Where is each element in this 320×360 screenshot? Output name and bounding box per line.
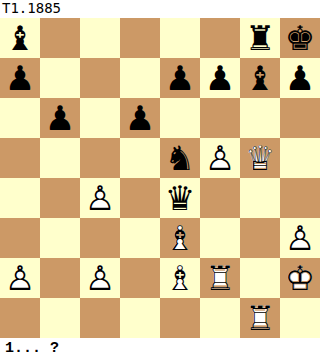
black-king-glyph: ♚ — [280, 18, 320, 58]
square-d1[interactable] — [120, 298, 160, 338]
black-king[interactable]: ♚ — [280, 18, 320, 58]
square-e5[interactable]: ♞ — [160, 138, 200, 178]
square-b8[interactable] — [40, 18, 80, 58]
white-pawn-outline: ♙ — [80, 258, 120, 298]
square-g6[interactable] — [240, 98, 280, 138]
white-pawn-outline: ♙ — [200, 138, 240, 178]
square-d5[interactable] — [120, 138, 160, 178]
square-g1[interactable]: ♜♖ — [240, 298, 280, 338]
square-d3[interactable] — [120, 218, 160, 258]
square-c2[interactable]: ♟♙ — [80, 258, 120, 298]
black-queen-glyph: ♛ — [160, 178, 200, 218]
square-g4[interactable] — [240, 178, 280, 218]
square-c6[interactable] — [80, 98, 120, 138]
square-f8[interactable] — [200, 18, 240, 58]
white-bishop[interactable]: ♝♗ — [160, 218, 200, 258]
square-e4[interactable]: ♛ — [160, 178, 200, 218]
square-c3[interactable] — [80, 218, 120, 258]
square-a3[interactable] — [0, 218, 40, 258]
square-c7[interactable] — [80, 58, 120, 98]
white-rook-outline: ♖ — [200, 258, 240, 298]
square-a2[interactable]: ♟♙ — [0, 258, 40, 298]
square-b4[interactable] — [40, 178, 80, 218]
square-h6[interactable] — [280, 98, 320, 138]
square-a5[interactable] — [0, 138, 40, 178]
square-c4[interactable]: ♟♙ — [80, 178, 120, 218]
white-pawn[interactable]: ♟♙ — [80, 258, 120, 298]
square-c5[interactable] — [80, 138, 120, 178]
square-c1[interactable] — [80, 298, 120, 338]
black-queen[interactable]: ♛ — [160, 178, 200, 218]
black-pawn-glyph: ♟ — [200, 58, 240, 98]
square-c8[interactable] — [80, 18, 120, 58]
square-a1[interactable] — [0, 298, 40, 338]
black-pawn-glyph: ♟ — [280, 58, 320, 98]
square-h3[interactable]: ♟♙ — [280, 218, 320, 258]
square-a7[interactable]: ♟ — [0, 58, 40, 98]
white-pawn-outline: ♙ — [0, 258, 40, 298]
square-d4[interactable] — [120, 178, 160, 218]
square-d8[interactable] — [120, 18, 160, 58]
chess-board: ♝♜♚♟♟♟♝♟♟♟♞♟♙♛♕♟♙♛♝♗♟♙♟♙♟♙♝♗♜♖♚♔♜♖ — [0, 18, 320, 338]
black-bishop-glyph: ♝ — [240, 58, 280, 98]
square-h2[interactable]: ♚♔ — [280, 258, 320, 298]
black-bishop[interactable]: ♝ — [240, 58, 280, 98]
black-rook-glyph: ♜ — [240, 18, 280, 58]
white-rook[interactable]: ♜♖ — [200, 258, 240, 298]
square-h1[interactable] — [280, 298, 320, 338]
black-pawn[interactable]: ♟ — [280, 58, 320, 98]
square-b5[interactable] — [40, 138, 80, 178]
square-f6[interactable] — [200, 98, 240, 138]
square-a4[interactable] — [0, 178, 40, 218]
white-pawn-outline: ♙ — [280, 218, 320, 258]
square-e3[interactable]: ♝♗ — [160, 218, 200, 258]
square-a6[interactable] — [0, 98, 40, 138]
square-d6[interactable]: ♟ — [120, 98, 160, 138]
square-a8[interactable]: ♝ — [0, 18, 40, 58]
square-h7[interactable]: ♟ — [280, 58, 320, 98]
white-pawn-outline: ♙ — [80, 178, 120, 218]
white-bishop[interactable]: ♝♗ — [160, 258, 200, 298]
black-pawn[interactable]: ♟ — [160, 58, 200, 98]
square-b3[interactable] — [40, 218, 80, 258]
square-b1[interactable] — [40, 298, 80, 338]
square-h4[interactable] — [280, 178, 320, 218]
black-pawn-glyph: ♟ — [40, 98, 80, 138]
square-f2[interactable]: ♜♖ — [200, 258, 240, 298]
black-pawn[interactable]: ♟ — [40, 98, 80, 138]
square-d7[interactable] — [120, 58, 160, 98]
white-pawn[interactable]: ♟♙ — [0, 258, 40, 298]
square-b7[interactable] — [40, 58, 80, 98]
white-rook[interactable]: ♜♖ — [240, 298, 280, 338]
white-bishop-outline: ♗ — [160, 258, 200, 298]
square-g2[interactable] — [240, 258, 280, 298]
black-bishop-glyph: ♝ — [0, 18, 40, 58]
square-e1[interactable] — [160, 298, 200, 338]
white-bishop-outline: ♗ — [160, 218, 200, 258]
square-f7[interactable]: ♟ — [200, 58, 240, 98]
white-rook-outline: ♖ — [240, 298, 280, 338]
white-pawn[interactable]: ♟♙ — [200, 138, 240, 178]
square-g7[interactable]: ♝ — [240, 58, 280, 98]
white-king-outline: ♔ — [280, 258, 320, 298]
square-g5[interactable]: ♛♕ — [240, 138, 280, 178]
square-f3[interactable] — [200, 218, 240, 258]
black-bishop[interactable]: ♝ — [0, 18, 40, 58]
black-pawn[interactable]: ♟ — [200, 58, 240, 98]
black-pawn-glyph: ♟ — [0, 58, 40, 98]
white-pawn[interactable]: ♟♙ — [280, 218, 320, 258]
square-f1[interactable] — [200, 298, 240, 338]
square-g3[interactable] — [240, 218, 280, 258]
black-pawn-glyph: ♟ — [120, 98, 160, 138]
white-queen[interactable]: ♛♕ — [240, 138, 280, 178]
black-knight[interactable]: ♞ — [160, 138, 200, 178]
black-rook[interactable]: ♜ — [240, 18, 280, 58]
white-pawn[interactable]: ♟♙ — [80, 178, 120, 218]
square-f5[interactable]: ♟♙ — [200, 138, 240, 178]
move-prompt: 1... ? — [0, 338, 320, 360]
square-h5[interactable] — [280, 138, 320, 178]
white-queen-outline: ♕ — [240, 138, 280, 178]
black-knight-glyph: ♞ — [160, 138, 200, 178]
square-e8[interactable] — [160, 18, 200, 58]
square-b6[interactable]: ♟ — [40, 98, 80, 138]
square-g8[interactable]: ♜ — [240, 18, 280, 58]
puzzle-title: T1.1885 — [0, 0, 320, 18]
black-pawn[interactable]: ♟ — [0, 58, 40, 98]
square-d2[interactable] — [120, 258, 160, 298]
square-b2[interactable] — [40, 258, 80, 298]
square-e2[interactable]: ♝♗ — [160, 258, 200, 298]
square-e7[interactable]: ♟ — [160, 58, 200, 98]
black-pawn-glyph: ♟ — [160, 58, 200, 98]
puzzle-page: T1.1885 ♝♜♚♟♟♟♝♟♟♟♞♟♙♛♕♟♙♛♝♗♟♙♟♙♟♙♝♗♜♖♚♔… — [0, 0, 320, 360]
white-king[interactable]: ♚♔ — [280, 258, 320, 298]
black-pawn[interactable]: ♟ — [120, 98, 160, 138]
square-f4[interactable] — [200, 178, 240, 218]
square-e6[interactable] — [160, 98, 200, 138]
square-h8[interactable]: ♚ — [280, 18, 320, 58]
